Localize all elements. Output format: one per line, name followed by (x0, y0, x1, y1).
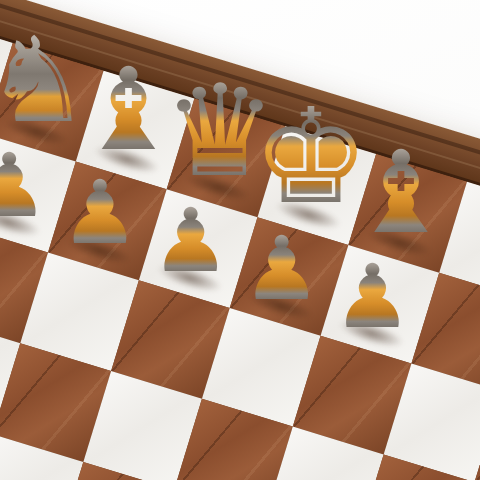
chess-board-frame: ♞♝♛♚♝♟♟♟♟♟ (0, 0, 480, 480)
chess-board: ♞♝♛♚♝♟♟♟♟♟ (0, 15, 480, 480)
black-pawn-d7[interactable]: ♟ (151, 197, 230, 285)
black-pawn-b7[interactable]: ♟ (0, 141, 48, 229)
black-pawn-c7[interactable]: ♟ (60, 169, 139, 257)
black-bishop-f8[interactable]: ♝ (350, 136, 452, 250)
photo-backdrop: ♞♝♛♚♝♟♟♟♟♟ (0, 0, 480, 480)
black-pawn-e7[interactable]: ♟ (242, 225, 321, 313)
black-pawn-f7[interactable]: ♟ (333, 253, 412, 341)
